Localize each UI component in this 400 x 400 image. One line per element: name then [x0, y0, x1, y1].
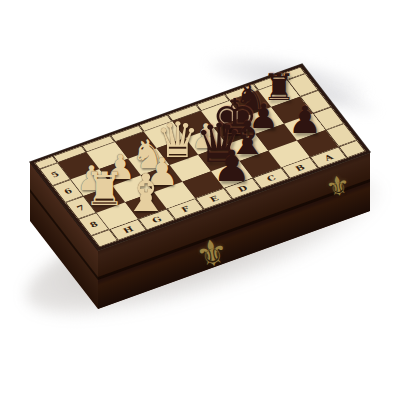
brass-clasp-icon: ⚜: [193, 233, 231, 274]
chess-set-product-photo: 5678HGFEDCBA ⚜ ⚜ ♟♜♝♟♞♟♛♟♛♟♚♝♟♞♜♟: [0, 0, 400, 400]
brass-clasp-icon: ⚜: [324, 171, 353, 202]
